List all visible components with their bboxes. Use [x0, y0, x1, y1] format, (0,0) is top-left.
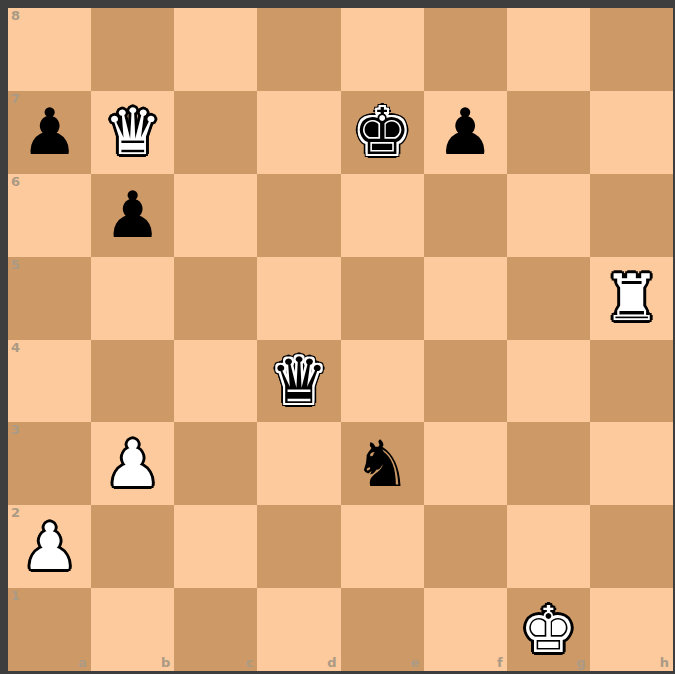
square-a5[interactable]: 5 — [8, 257, 91, 340]
square-b5[interactable] — [91, 257, 174, 340]
black-pawn-a7[interactable]: ♟ — [8, 91, 91, 174]
file-label-f: f — [497, 656, 503, 670]
white-pawn-a2[interactable]: ♟ — [8, 505, 91, 588]
square-c3[interactable] — [174, 422, 257, 505]
square-d4[interactable]: ♛ — [257, 340, 340, 423]
black-queen-d4[interactable]: ♛ — [257, 340, 340, 423]
square-g5[interactable] — [507, 257, 590, 340]
chess-board: 87♟♛♚♟6♟5♜4♛3♟♞2♟1abcdefg♚h — [0, 0, 675, 674]
square-d7[interactable] — [257, 91, 340, 174]
square-e8[interactable] — [341, 8, 424, 91]
square-h6[interactable] — [590, 174, 673, 257]
square-c5[interactable] — [174, 257, 257, 340]
file-label-a: a — [78, 656, 87, 670]
file-label-d: d — [327, 656, 336, 670]
square-g7[interactable] — [507, 91, 590, 174]
black-pawn-f7[interactable]: ♟ — [424, 91, 507, 174]
square-f2[interactable] — [424, 505, 507, 588]
black-knight-e3[interactable]: ♞ — [341, 422, 424, 505]
square-d2[interactable] — [257, 505, 340, 588]
square-h4[interactable] — [590, 340, 673, 423]
square-d6[interactable] — [257, 174, 340, 257]
square-a6[interactable]: 6 — [8, 174, 91, 257]
square-e7[interactable]: ♚ — [341, 91, 424, 174]
square-e2[interactable] — [341, 505, 424, 588]
square-d5[interactable] — [257, 257, 340, 340]
square-e4[interactable] — [341, 340, 424, 423]
white-rook-h5[interactable]: ♜ — [590, 257, 673, 340]
square-e1[interactable]: e — [341, 588, 424, 671]
square-d8[interactable] — [257, 8, 340, 91]
square-a8[interactable]: 8 — [8, 8, 91, 91]
square-e5[interactable] — [341, 257, 424, 340]
square-h2[interactable] — [590, 505, 673, 588]
white-pawn-b3[interactable]: ♟ — [91, 422, 174, 505]
square-b7[interactable]: ♛ — [91, 91, 174, 174]
square-a3[interactable]: 3 — [8, 422, 91, 505]
square-f8[interactable] — [424, 8, 507, 91]
square-g1[interactable]: g♚ — [507, 588, 590, 671]
square-g4[interactable] — [507, 340, 590, 423]
file-label-e: e — [411, 656, 420, 670]
square-b4[interactable] — [91, 340, 174, 423]
square-g3[interactable] — [507, 422, 590, 505]
file-label-h: h — [660, 656, 669, 670]
square-b1[interactable]: b — [91, 588, 174, 671]
square-b8[interactable] — [91, 8, 174, 91]
square-f7[interactable]: ♟ — [424, 91, 507, 174]
file-label-b: b — [161, 656, 170, 670]
square-f5[interactable] — [424, 257, 507, 340]
rank-label-1: 1 — [11, 589, 20, 603]
white-queen-b7[interactable]: ♛ — [91, 91, 174, 174]
square-h8[interactable] — [590, 8, 673, 91]
square-d3[interactable] — [257, 422, 340, 505]
square-a4[interactable]: 4 — [8, 340, 91, 423]
board-grid: 87♟♛♚♟6♟5♜4♛3♟♞2♟1abcdefg♚h — [8, 8, 673, 671]
square-b3[interactable]: ♟ — [91, 422, 174, 505]
black-pawn-b6[interactable]: ♟ — [91, 174, 174, 257]
white-king-g1[interactable]: ♚ — [507, 588, 590, 671]
square-f1[interactable]: f — [424, 588, 507, 671]
square-f4[interactable] — [424, 340, 507, 423]
black-king-e7[interactable]: ♚ — [341, 91, 424, 174]
square-h1[interactable]: h — [590, 588, 673, 671]
square-e6[interactable] — [341, 174, 424, 257]
square-h5[interactable]: ♜ — [590, 257, 673, 340]
square-a2[interactable]: 2♟ — [8, 505, 91, 588]
square-g6[interactable] — [507, 174, 590, 257]
square-h3[interactable] — [590, 422, 673, 505]
rank-label-4: 4 — [11, 341, 20, 355]
file-label-c: c — [246, 656, 254, 670]
square-f6[interactable] — [424, 174, 507, 257]
square-f3[interactable] — [424, 422, 507, 505]
square-a7[interactable]: 7♟ — [8, 91, 91, 174]
square-c7[interactable] — [174, 91, 257, 174]
square-c8[interactable] — [174, 8, 257, 91]
square-b6[interactable]: ♟ — [91, 174, 174, 257]
square-c6[interactable] — [174, 174, 257, 257]
square-c1[interactable]: c — [174, 588, 257, 671]
square-d1[interactable]: d — [257, 588, 340, 671]
square-g2[interactable] — [507, 505, 590, 588]
square-a1[interactable]: 1a — [8, 588, 91, 671]
rank-label-8: 8 — [11, 9, 20, 23]
square-g8[interactable] — [507, 8, 590, 91]
square-b2[interactable] — [91, 505, 174, 588]
square-e3[interactable]: ♞ — [341, 422, 424, 505]
rank-label-6: 6 — [11, 175, 20, 189]
rank-label-3: 3 — [11, 423, 20, 437]
square-c4[interactable] — [174, 340, 257, 423]
square-h7[interactable] — [590, 91, 673, 174]
rank-label-5: 5 — [11, 258, 20, 272]
square-c2[interactable] — [174, 505, 257, 588]
